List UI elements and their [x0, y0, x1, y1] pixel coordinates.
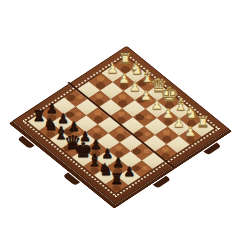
product-photo-chess-set: ♜♞♝♛♚♝♞♜♟♟♟♟♟♟♟♟♟♟♟♟♟♟♟♟♜♞♝♛♚♝♞♜: [0, 0, 250, 250]
board-frame: ♜♞♝♛♚♝♞♜♟♟♟♟♟♟♟♟♟♟♟♟♟♟♟♟♜♞♝♛♚♝♞♜: [9, 46, 233, 209]
board-foot: [153, 176, 171, 189]
piece-wP-g2: ♟: [173, 116, 185, 129]
piece-bP-f7: ♟: [101, 147, 113, 160]
board-grid: ♜♞♝♛♚♝♞♜♟♟♟♟♟♟♟♟♟♟♟♟♟♟♟♟♜♞♝♛♚♝♞♜: [28, 57, 214, 193]
piece-bR-h8: ♜: [110, 172, 123, 187]
chess-board: ♜♞♝♛♚♝♞♜♟♟♟♟♟♟♟♟♟♟♟♟♟♟♟♟♜♞♝♛♚♝♞♜: [12, 46, 229, 205]
piece-wP-c2: ♟: [129, 80, 141, 93]
piece-wR-h1: ♜: [196, 115, 209, 130]
piece-wP-h2: ♟: [184, 125, 196, 138]
piece-bP-h7: ♟: [123, 165, 135, 178]
piece-wP-a2: ♟: [107, 62, 119, 75]
board-foot: [17, 136, 34, 149]
board-foot: [63, 173, 80, 186]
board-foot: [203, 143, 221, 156]
piece-bP-a7: ♟: [46, 103, 58, 116]
piece-bP-g7: ♟: [112, 156, 124, 169]
piece-wP-e2: ♟: [151, 98, 163, 111]
